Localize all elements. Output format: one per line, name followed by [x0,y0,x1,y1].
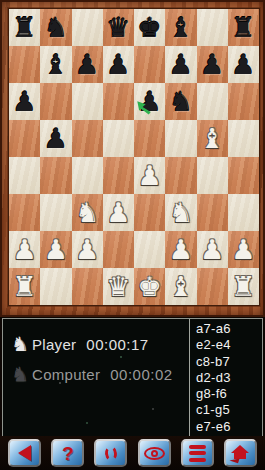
piece-white-pawn: ♟ [44,236,68,263]
piece-black-king: ♚ [138,14,162,41]
square-c8[interactable] [72,9,103,46]
back-triangle-icon [18,445,31,461]
piece-black-knight: ♞ [169,88,193,115]
menu-button[interactable] [181,439,214,467]
square-f6[interactable]: ♞ [165,83,196,120]
square-g5[interactable]: ♝ [197,120,228,157]
move-list-item: a7-a6 [196,321,262,337]
square-a7[interactable] [9,46,40,83]
hint-button[interactable]: ? [51,439,84,467]
piece-black-pawn: ♟ [138,88,162,115]
square-h5[interactable] [228,120,259,157]
square-c1[interactable] [72,268,103,305]
square-c6[interactable] [72,83,103,120]
piece-black-bishop: ♝ [44,51,68,78]
square-a5[interactable] [9,120,40,157]
exit-button[interactable] [224,439,257,467]
square-f3[interactable]: ♞ [165,194,196,231]
piece-white-pawn: ♟ [75,236,99,263]
square-c3[interactable]: ♞ [72,194,103,231]
info-panel: ♞ Player 00:00:17 ♞ Computer 00:00:02 a7… [2,318,263,437]
player-label: Player [32,336,76,353]
square-b1[interactable] [40,268,71,305]
square-g4[interactable] [197,157,228,194]
square-d1[interactable]: ♛ [103,268,134,305]
square-h3[interactable] [228,194,259,231]
piece-black-pawn: ♟ [106,51,130,78]
piece-white-king: ♚ [138,273,162,300]
piece-white-pawn: ♟ [106,199,130,226]
square-d7[interactable]: ♟ [103,46,134,83]
square-d8[interactable]: ♛ [103,9,134,46]
piece-white-pawn: ♟ [231,236,255,263]
menu-bars-icon [189,445,206,462]
square-c4[interactable] [72,157,103,194]
square-c2[interactable]: ♟ [72,231,103,268]
question-mark-icon: ? [62,444,74,463]
square-g6[interactable] [197,83,228,120]
player-clock-row: ♞ Player 00:00:17 [8,332,189,356]
square-e1[interactable]: ♚ [134,268,165,305]
square-d2[interactable] [103,231,134,268]
square-e6[interactable]: ♟ [134,83,165,120]
square-b3[interactable] [40,194,71,231]
chess-app-screen: ♜♞♛♚♝♜♝♟♟♟♟♟♟♟♞♟♝♟♞♟♞♟♟♟♟♟♟♜♛♚♝♜ ♞ Playe… [0,0,265,470]
move-list-item: g8-f6 [196,386,262,402]
rotate-button[interactable] [94,439,127,467]
piece-white-rook: ♜ [13,273,37,300]
square-d6[interactable] [103,83,134,120]
piece-white-pawn: ♟ [13,236,37,263]
square-g2[interactable]: ♟ [197,231,228,268]
square-a6[interactable]: ♟ [9,83,40,120]
square-d4[interactable] [103,157,134,194]
piece-white-pawn: ♟ [138,162,162,189]
square-b6[interactable] [40,83,71,120]
square-e2[interactable] [134,231,165,268]
eye-icon [144,447,165,460]
square-c5[interactable] [72,120,103,157]
square-h1[interactable]: ♜ [228,268,259,305]
piece-black-bishop: ♝ [169,14,193,41]
square-d3[interactable]: ♟ [103,194,134,231]
move-list[interactable]: a7-a6e2-e4c8-b7d2-d3g8-f6c1-g5e7-e6 [189,319,262,436]
square-a8[interactable]: ♜ [9,9,40,46]
square-e4[interactable]: ♟ [134,157,165,194]
rotate-arrows-icon [104,445,118,461]
square-b7[interactable]: ♝ [40,46,71,83]
square-b2[interactable]: ♟ [40,231,71,268]
square-c7[interactable]: ♟ [72,46,103,83]
square-h2[interactable]: ♟ [228,231,259,268]
piece-white-rook: ♜ [231,273,255,300]
square-e7[interactable] [134,46,165,83]
clock-area: ♞ Player 00:00:17 ♞ Computer 00:00:02 [3,319,189,436]
square-e3[interactable] [134,194,165,231]
square-g1[interactable] [197,268,228,305]
square-a1[interactable]: ♜ [9,268,40,305]
toolbar: ? [0,436,265,470]
computer-time: 00:00:02 [110,366,172,383]
square-e8[interactable]: ♚ [134,9,165,46]
computer-label: Computer [32,366,100,383]
home-exit-icon [230,445,250,462]
square-f4[interactable] [165,157,196,194]
square-h7[interactable]: ♟ [228,46,259,83]
move-list-item: e2-e4 [196,337,262,353]
square-b8[interactable]: ♞ [40,9,71,46]
move-list-item: c1-g5 [196,402,262,418]
square-a4[interactable] [9,157,40,194]
computer-clock-row: ♞ Computer 00:00:02 [8,362,189,386]
square-g3[interactable] [197,194,228,231]
square-a3[interactable] [9,194,40,231]
piece-black-pawn: ♟ [231,51,255,78]
last-move-arrow-icon [137,101,151,115]
move-list-item: c8-b7 [196,354,262,370]
piece-white-queen: ♛ [106,273,130,300]
eye-pupil-icon [151,450,158,457]
move-list-item: e7-e6 [196,419,262,435]
black-knight-icon: ♞ [8,364,32,384]
square-b4[interactable] [40,157,71,194]
move-list-item: d2-d3 [196,370,262,386]
back-button[interactable] [8,439,41,467]
eye-button[interactable] [138,439,171,467]
piece-white-pawn: ♟ [169,236,193,263]
square-f2[interactable]: ♟ [165,231,196,268]
piece-white-knight: ♞ [169,199,193,226]
square-a2[interactable]: ♟ [9,231,40,268]
piece-white-knight: ♞ [75,199,99,226]
square-h8[interactable]: ♜ [228,9,259,46]
square-g7[interactable]: ♟ [197,46,228,83]
piece-black-knight: ♞ [44,14,68,41]
square-f1[interactable]: ♝ [165,268,196,305]
board[interactable]: ♜♞♛♚♝♜♝♟♟♟♟♟♟♟♞♟♝♟♞♟♞♟♟♟♟♟♟♜♛♚♝♜ [8,8,260,306]
piece-black-rook: ♜ [13,14,37,41]
square-b5[interactable]: ♟ [40,120,71,157]
square-f8[interactable]: ♝ [165,9,196,46]
piece-white-bishop: ♝ [200,125,224,152]
player-time: 00:00:17 [86,336,148,353]
piece-black-pawn: ♟ [75,51,99,78]
white-knight-icon: ♞ [8,334,32,354]
piece-black-pawn: ♟ [169,51,193,78]
piece-white-bishop: ♝ [169,273,193,300]
square-e5[interactable] [134,120,165,157]
piece-black-pawn: ♟ [44,125,68,152]
square-f5[interactable] [165,120,196,157]
square-h6[interactable] [228,83,259,120]
piece-white-pawn: ♟ [200,236,224,263]
piece-black-pawn: ♟ [13,88,37,115]
square-d5[interactable] [103,120,134,157]
piece-black-queen: ♛ [106,14,130,41]
square-h4[interactable] [228,157,259,194]
square-g8[interactable] [197,9,228,46]
piece-black-rook: ♜ [231,14,255,41]
piece-black-pawn: ♟ [200,51,224,78]
square-f7[interactable]: ♟ [165,46,196,83]
